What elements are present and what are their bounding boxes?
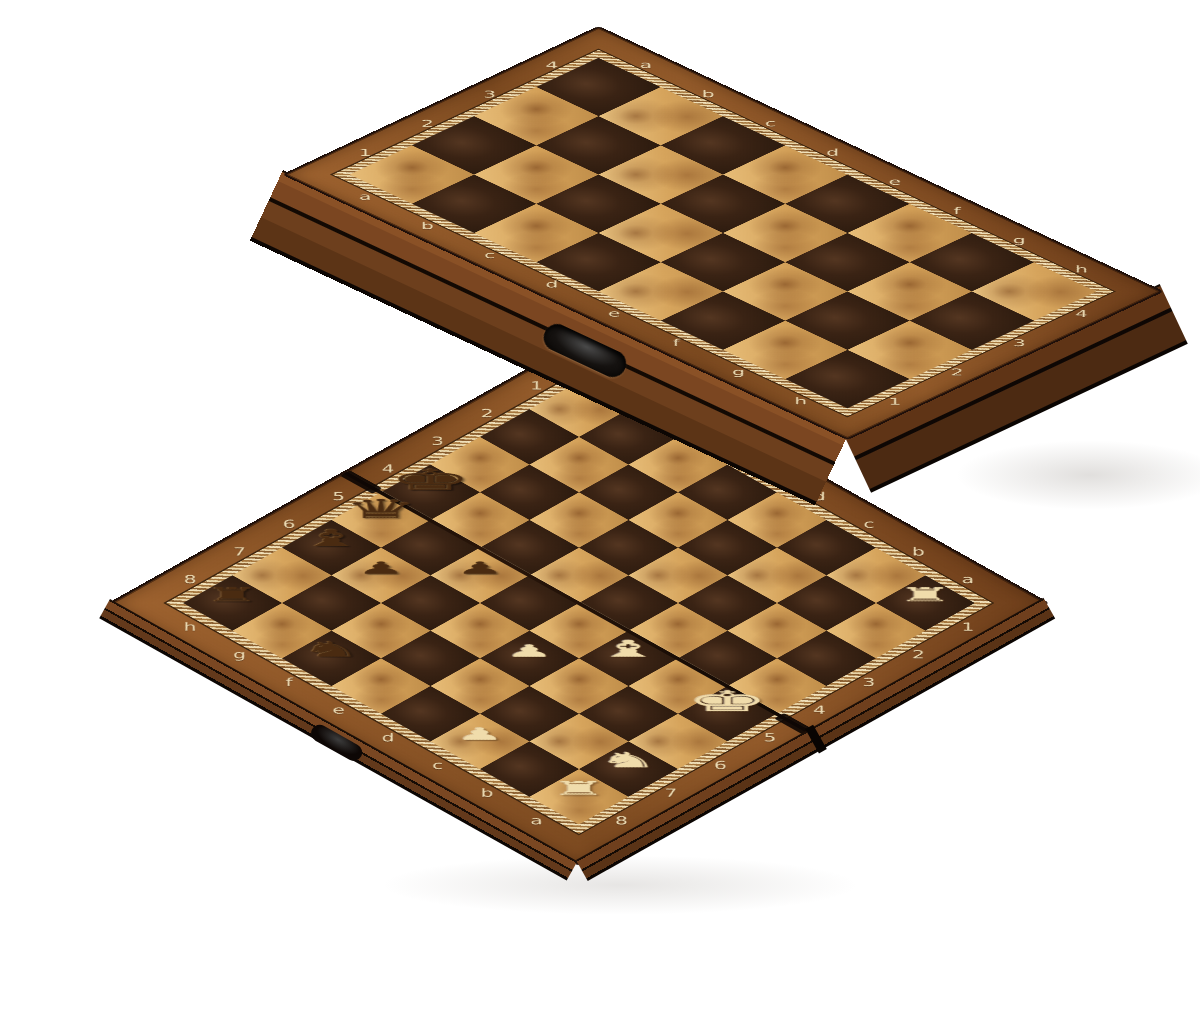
edge-label-left-d: d <box>382 732 395 743</box>
fold-seam-notch-top <box>340 470 382 494</box>
edge-label-bottom-6: 6 <box>714 760 727 771</box>
edge-label-top-1: 1 <box>358 148 371 157</box>
edge-label-bottom-4: 4 <box>813 704 826 715</box>
edge-label-bottom-5: 5 <box>764 732 777 743</box>
edge-label-right-a: a <box>962 574 974 585</box>
black-pawn-g6: ♟ <box>357 560 405 577</box>
box-ground-shadow <box>955 440 1200 510</box>
black-queen-h5: ♛ <box>343 496 418 522</box>
fold-hinge-gap <box>805 725 827 754</box>
edge-label-top-2: 2 <box>421 119 434 128</box>
board-ground-shadow <box>380 855 860 915</box>
edge-label-bottom-7: 7 <box>665 787 678 798</box>
edge-label-right-d: d <box>826 148 839 157</box>
edge-label-right-b: b <box>912 546 925 557</box>
edge-label-right-e: e <box>888 177 900 186</box>
edge-label-bottom-1: 1 <box>888 396 901 405</box>
edge-label-right-c: c <box>863 518 874 529</box>
edge-label-left-a: a <box>530 815 542 826</box>
edge-label-bottom-8: 8 <box>615 815 628 826</box>
edge-label-left-h: h <box>184 621 197 632</box>
black-king-h4: ♚ <box>389 466 471 495</box>
edge-label-right-c: c <box>765 119 776 128</box>
edge-label-right-b: b <box>701 89 714 98</box>
edge-label-bottom-3: 3 <box>1013 338 1026 347</box>
edge-label-bottom-1: 1 <box>962 621 975 632</box>
edge-label-left-f: f <box>286 676 293 687</box>
black-bishop-h6: ♝ <box>298 526 364 549</box>
edge-label-bottom-4: 4 <box>1075 309 1088 318</box>
edge-label-bottom-2: 2 <box>912 649 925 660</box>
lid-braid-border <box>330 48 1116 417</box>
edge-label-top-2: 2 <box>481 408 494 419</box>
edge-label-right-a: a <box>639 60 651 69</box>
edge-label-left-b: b <box>421 221 434 230</box>
edge-label-bottom-2: 2 <box>950 367 963 376</box>
edge-label-bottom-3: 3 <box>863 676 876 687</box>
edge-label-top-8: 8 <box>184 574 197 585</box>
edge-label-top-1: 1 <box>530 380 543 391</box>
edge-label-top-3: 3 <box>483 89 496 98</box>
edge-label-left-g: g <box>233 649 246 660</box>
chess-set-photo: 8765432187654321hgfedcbahgfedcba ♜♞♝♟♛♚♟… <box>0 0 1200 1026</box>
edge-label-left-f: f <box>672 338 679 347</box>
edge-label-right-f: f <box>953 206 960 215</box>
lid-squares-layer <box>286 28 599 175</box>
edge-label-top-7: 7 <box>233 546 246 557</box>
white-rook-a1: ♜ <box>898 585 954 604</box>
edge-label-left-e: e <box>332 704 344 715</box>
edge-label-top-6: 6 <box>283 518 296 529</box>
edge-label-top-3: 3 <box>431 435 444 446</box>
edge-label-left-c: c <box>484 250 495 259</box>
edge-label-left-c: c <box>432 760 443 771</box>
edge-label-left-b: b <box>481 787 494 798</box>
edge-label-left-a: a <box>359 192 371 201</box>
black-rook-h8: ♜ <box>205 585 261 604</box>
black-pawn-f5: ♟ <box>456 560 504 577</box>
edge-label-top-4: 4 <box>545 60 558 69</box>
